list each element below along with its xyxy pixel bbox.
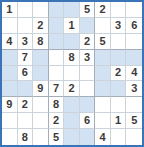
- cell-r7c6-empty[interactable]: [80, 97, 96, 113]
- cell-r2c7-empty[interactable]: [95, 18, 111, 34]
- digit: 4: [6, 36, 12, 47]
- digit: 8: [68, 52, 74, 63]
- cell-r9c6-empty[interactable]: [80, 129, 96, 145]
- digit: 5: [131, 115, 137, 126]
- cell-r5c1-empty[interactable]: [2, 66, 18, 82]
- cell-r8c1-empty[interactable]: [2, 113, 18, 129]
- cell-r9c2-given[interactable]: 8: [18, 129, 34, 145]
- digit: 2: [37, 20, 43, 31]
- digit: 1: [68, 20, 74, 31]
- cell-r3c4-empty[interactable]: [49, 34, 65, 50]
- cell-r1c9-empty[interactable]: [126, 2, 142, 18]
- digit: 8: [53, 99, 59, 110]
- cell-r4c5-given[interactable]: 8: [64, 50, 80, 66]
- digit: 3: [84, 52, 90, 63]
- cell-r7c2-given[interactable]: 2: [18, 97, 34, 113]
- cell-r4c1-empty[interactable]: [2, 50, 18, 66]
- cell-r8c5-empty[interactable]: [64, 113, 80, 129]
- cell-r1c2-empty[interactable]: [18, 2, 34, 18]
- cell-r4c9-empty[interactable]: [126, 50, 142, 66]
- digit: 6: [84, 115, 90, 126]
- cell-r7c7-empty[interactable]: [95, 97, 111, 113]
- cell-r8c2-empty[interactable]: [18, 113, 34, 129]
- cell-r5c4-empty[interactable]: [49, 66, 65, 82]
- cell-r5c2-given[interactable]: 6: [18, 66, 34, 82]
- cell-r3c7-given[interactable]: 5: [95, 34, 111, 50]
- digit: 5: [84, 4, 90, 15]
- digit: 5: [53, 132, 59, 143]
- digit: 8: [22, 132, 28, 143]
- cell-r4c4-empty[interactable]: [49, 50, 65, 66]
- sudoku-board: 15221364382578362497239282615854: [0, 0, 144, 147]
- digit: 3: [115, 20, 121, 31]
- cell-r7c1-given[interactable]: 9: [2, 97, 18, 113]
- cell-r4c6-given[interactable]: 3: [80, 50, 96, 66]
- cell-r8c7-empty[interactable]: [95, 113, 111, 129]
- cell-r2c5-given[interactable]: 1: [64, 18, 80, 34]
- digit: 6: [22, 67, 28, 78]
- cell-r9c9-empty[interactable]: [126, 129, 142, 145]
- digit: 7: [53, 83, 59, 94]
- digit: 8: [37, 36, 43, 47]
- cell-r1c4-empty[interactable]: [49, 2, 65, 18]
- cell-r5c9-given[interactable]: 4: [126, 66, 142, 82]
- cell-r8c8-given[interactable]: 1: [111, 113, 127, 129]
- cell-r1c7-given[interactable]: 2: [95, 2, 111, 18]
- cell-r4c2-given[interactable]: 7: [18, 50, 34, 66]
- cell-r9c1-empty[interactable]: [2, 129, 18, 145]
- cell-r2c9-given[interactable]: 6: [126, 18, 142, 34]
- cell-r4c3-empty[interactable]: [33, 50, 49, 66]
- digit: 4: [131, 67, 137, 78]
- cell-r3c6-given[interactable]: 2: [80, 34, 96, 50]
- cell-r3c8-empty[interactable]: [111, 34, 127, 50]
- cell-r5c3-empty[interactable]: [33, 66, 49, 82]
- cell-r3c5-empty[interactable]: [64, 34, 80, 50]
- digit: 2: [115, 67, 121, 78]
- cell-r6c6-empty[interactable]: [80, 81, 96, 97]
- cell-r2c6-empty[interactable]: [80, 18, 96, 34]
- cell-r5c6-empty[interactable]: [80, 66, 96, 82]
- cell-r1c8-empty[interactable]: [111, 2, 127, 18]
- digit: 1: [6, 4, 12, 15]
- cell-r8c6-given[interactable]: 6: [80, 113, 96, 129]
- cell-r6c3-given[interactable]: 9: [33, 81, 49, 97]
- cell-r3c3-given[interactable]: 8: [33, 34, 49, 50]
- digit: 2: [84, 36, 90, 47]
- cell-r6c7-empty[interactable]: [95, 81, 111, 97]
- digit: 2: [53, 115, 59, 126]
- cell-r1c1-given[interactable]: 1: [2, 2, 18, 18]
- digit: 4: [100, 132, 106, 143]
- cell-r7c3-empty[interactable]: [33, 97, 49, 113]
- cell-r1c6-given[interactable]: 5: [80, 2, 96, 18]
- cell-r4c8-empty[interactable]: [111, 50, 127, 66]
- cell-r4c7-empty[interactable]: [95, 50, 111, 66]
- digit: 9: [37, 83, 43, 94]
- cell-r5c7-empty[interactable]: [95, 66, 111, 82]
- cell-r3c9-empty[interactable]: [126, 34, 142, 50]
- digit: 2: [22, 99, 28, 110]
- digit: 2: [68, 83, 74, 94]
- cell-r6c1-empty[interactable]: [2, 81, 18, 97]
- cell-r9c5-empty[interactable]: [64, 129, 80, 145]
- cell-r7c4-given[interactable]: 8: [49, 97, 65, 113]
- cell-r6c5-given[interactable]: 2: [64, 81, 80, 97]
- cell-r8c3-empty[interactable]: [33, 113, 49, 129]
- cell-r9c8-empty[interactable]: [111, 129, 127, 145]
- digit: 7: [22, 52, 28, 63]
- cell-r2c3-given[interactable]: 2: [33, 18, 49, 34]
- cell-r8c4-given[interactable]: 2: [49, 113, 65, 129]
- cell-r5c8-given[interactable]: 2: [111, 66, 127, 82]
- digit: 9: [6, 99, 12, 110]
- cell-r2c8-given[interactable]: 3: [111, 18, 127, 34]
- digit: 5: [100, 36, 106, 47]
- cell-r9c3-empty[interactable]: [33, 129, 49, 145]
- cell-r9c4-given[interactable]: 5: [49, 129, 65, 145]
- cell-r7c8-empty[interactable]: [111, 97, 127, 113]
- cell-r7c5-empty[interactable]: [64, 97, 80, 113]
- cell-r8c9-given[interactable]: 5: [126, 113, 142, 129]
- digit: 1: [115, 115, 121, 126]
- cell-r6c8-empty[interactable]: [111, 81, 127, 97]
- cell-r7c9-empty[interactable]: [126, 97, 142, 113]
- cell-r2c4-empty[interactable]: [49, 18, 65, 34]
- cell-r3c1-given[interactable]: 4: [2, 34, 18, 50]
- cell-r5c5-empty[interactable]: [64, 66, 80, 82]
- cell-r2c1-empty[interactable]: [2, 18, 18, 34]
- digit: 3: [22, 36, 28, 47]
- digit: 6: [131, 20, 137, 31]
- cell-r6c2-empty[interactable]: [18, 81, 34, 97]
- cell-r3c2-given[interactable]: 3: [18, 34, 34, 50]
- cell-r6c4-given[interactable]: 7: [49, 81, 65, 97]
- cell-r1c3-empty[interactable]: [33, 2, 49, 18]
- cell-r2c2-empty[interactable]: [18, 18, 34, 34]
- cell-r9c7-given[interactable]: 4: [95, 129, 111, 145]
- cell-r1c5-empty[interactable]: [64, 2, 80, 18]
- digit: 3: [131, 83, 137, 94]
- cell-r6c9-given[interactable]: 3: [126, 81, 142, 97]
- digit: 2: [100, 4, 106, 15]
